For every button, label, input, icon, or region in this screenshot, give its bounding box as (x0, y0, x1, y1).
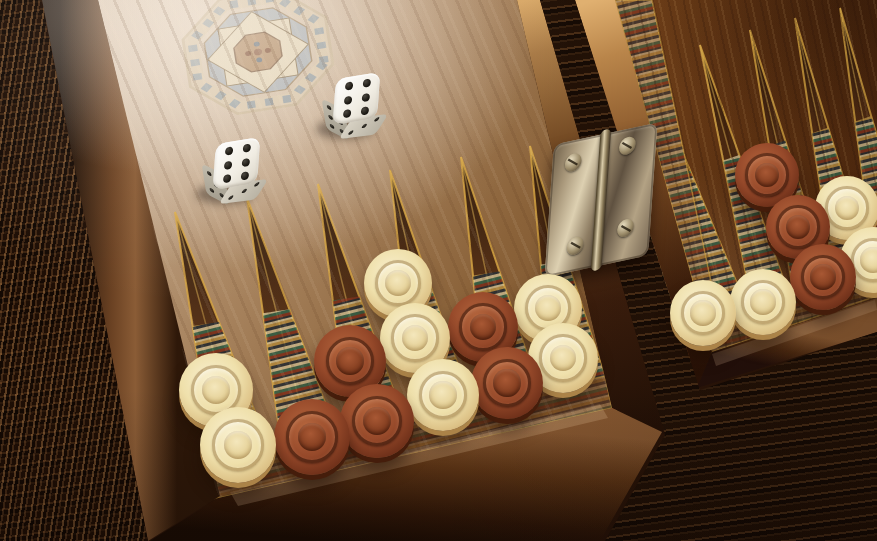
checker-center (336, 347, 363, 374)
checker-center (690, 300, 715, 325)
checker-light[interactable] (730, 269, 796, 335)
checker-center (750, 289, 775, 314)
die-pip (240, 171, 248, 180)
hinge (545, 123, 658, 278)
die-pip (348, 130, 355, 135)
die-pip (253, 182, 260, 187)
checker-light[interactable] (670, 280, 736, 346)
die-pip (223, 160, 231, 169)
die-pip (344, 81, 352, 90)
die-pip (241, 188, 248, 193)
die-pip (327, 105, 332, 111)
die-showing-6[interactable] (204, 142, 270, 208)
die-pip (342, 109, 350, 118)
checker-center (385, 270, 411, 296)
checker-center (786, 215, 810, 239)
die-pip (224, 146, 232, 155)
checker-dark[interactable] (471, 347, 543, 419)
checker-center (810, 264, 835, 289)
die-showing-6[interactable] (324, 77, 390, 143)
die-pip (207, 171, 212, 177)
checker-center (755, 163, 779, 187)
die-pip (343, 95, 351, 104)
checker-center (429, 381, 456, 408)
checker-light[interactable] (200, 407, 276, 483)
checker-center (835, 196, 859, 220)
die-pip (361, 123, 368, 128)
die-pip (241, 157, 249, 166)
die-pip (222, 174, 230, 183)
checker-dark[interactable] (790, 244, 856, 310)
global-lighting-overlay (0, 0, 877, 541)
checker-center (493, 369, 520, 396)
checker-dark[interactable] (340, 384, 414, 458)
die-pip (209, 187, 214, 193)
checker-center (363, 407, 391, 435)
die-pip (330, 123, 335, 129)
die-pip (360, 106, 368, 115)
die-pip (362, 79, 370, 88)
checker-center (535, 295, 561, 321)
checker-light[interactable] (407, 359, 479, 431)
die-pip (373, 117, 380, 122)
checker-center (202, 376, 230, 404)
backgammon-photo (0, 0, 877, 541)
die-pip (361, 92, 369, 101)
checker-center (860, 247, 877, 272)
die-pip (242, 144, 250, 153)
checker-dark[interactable] (274, 399, 350, 475)
die-pip (228, 195, 235, 200)
